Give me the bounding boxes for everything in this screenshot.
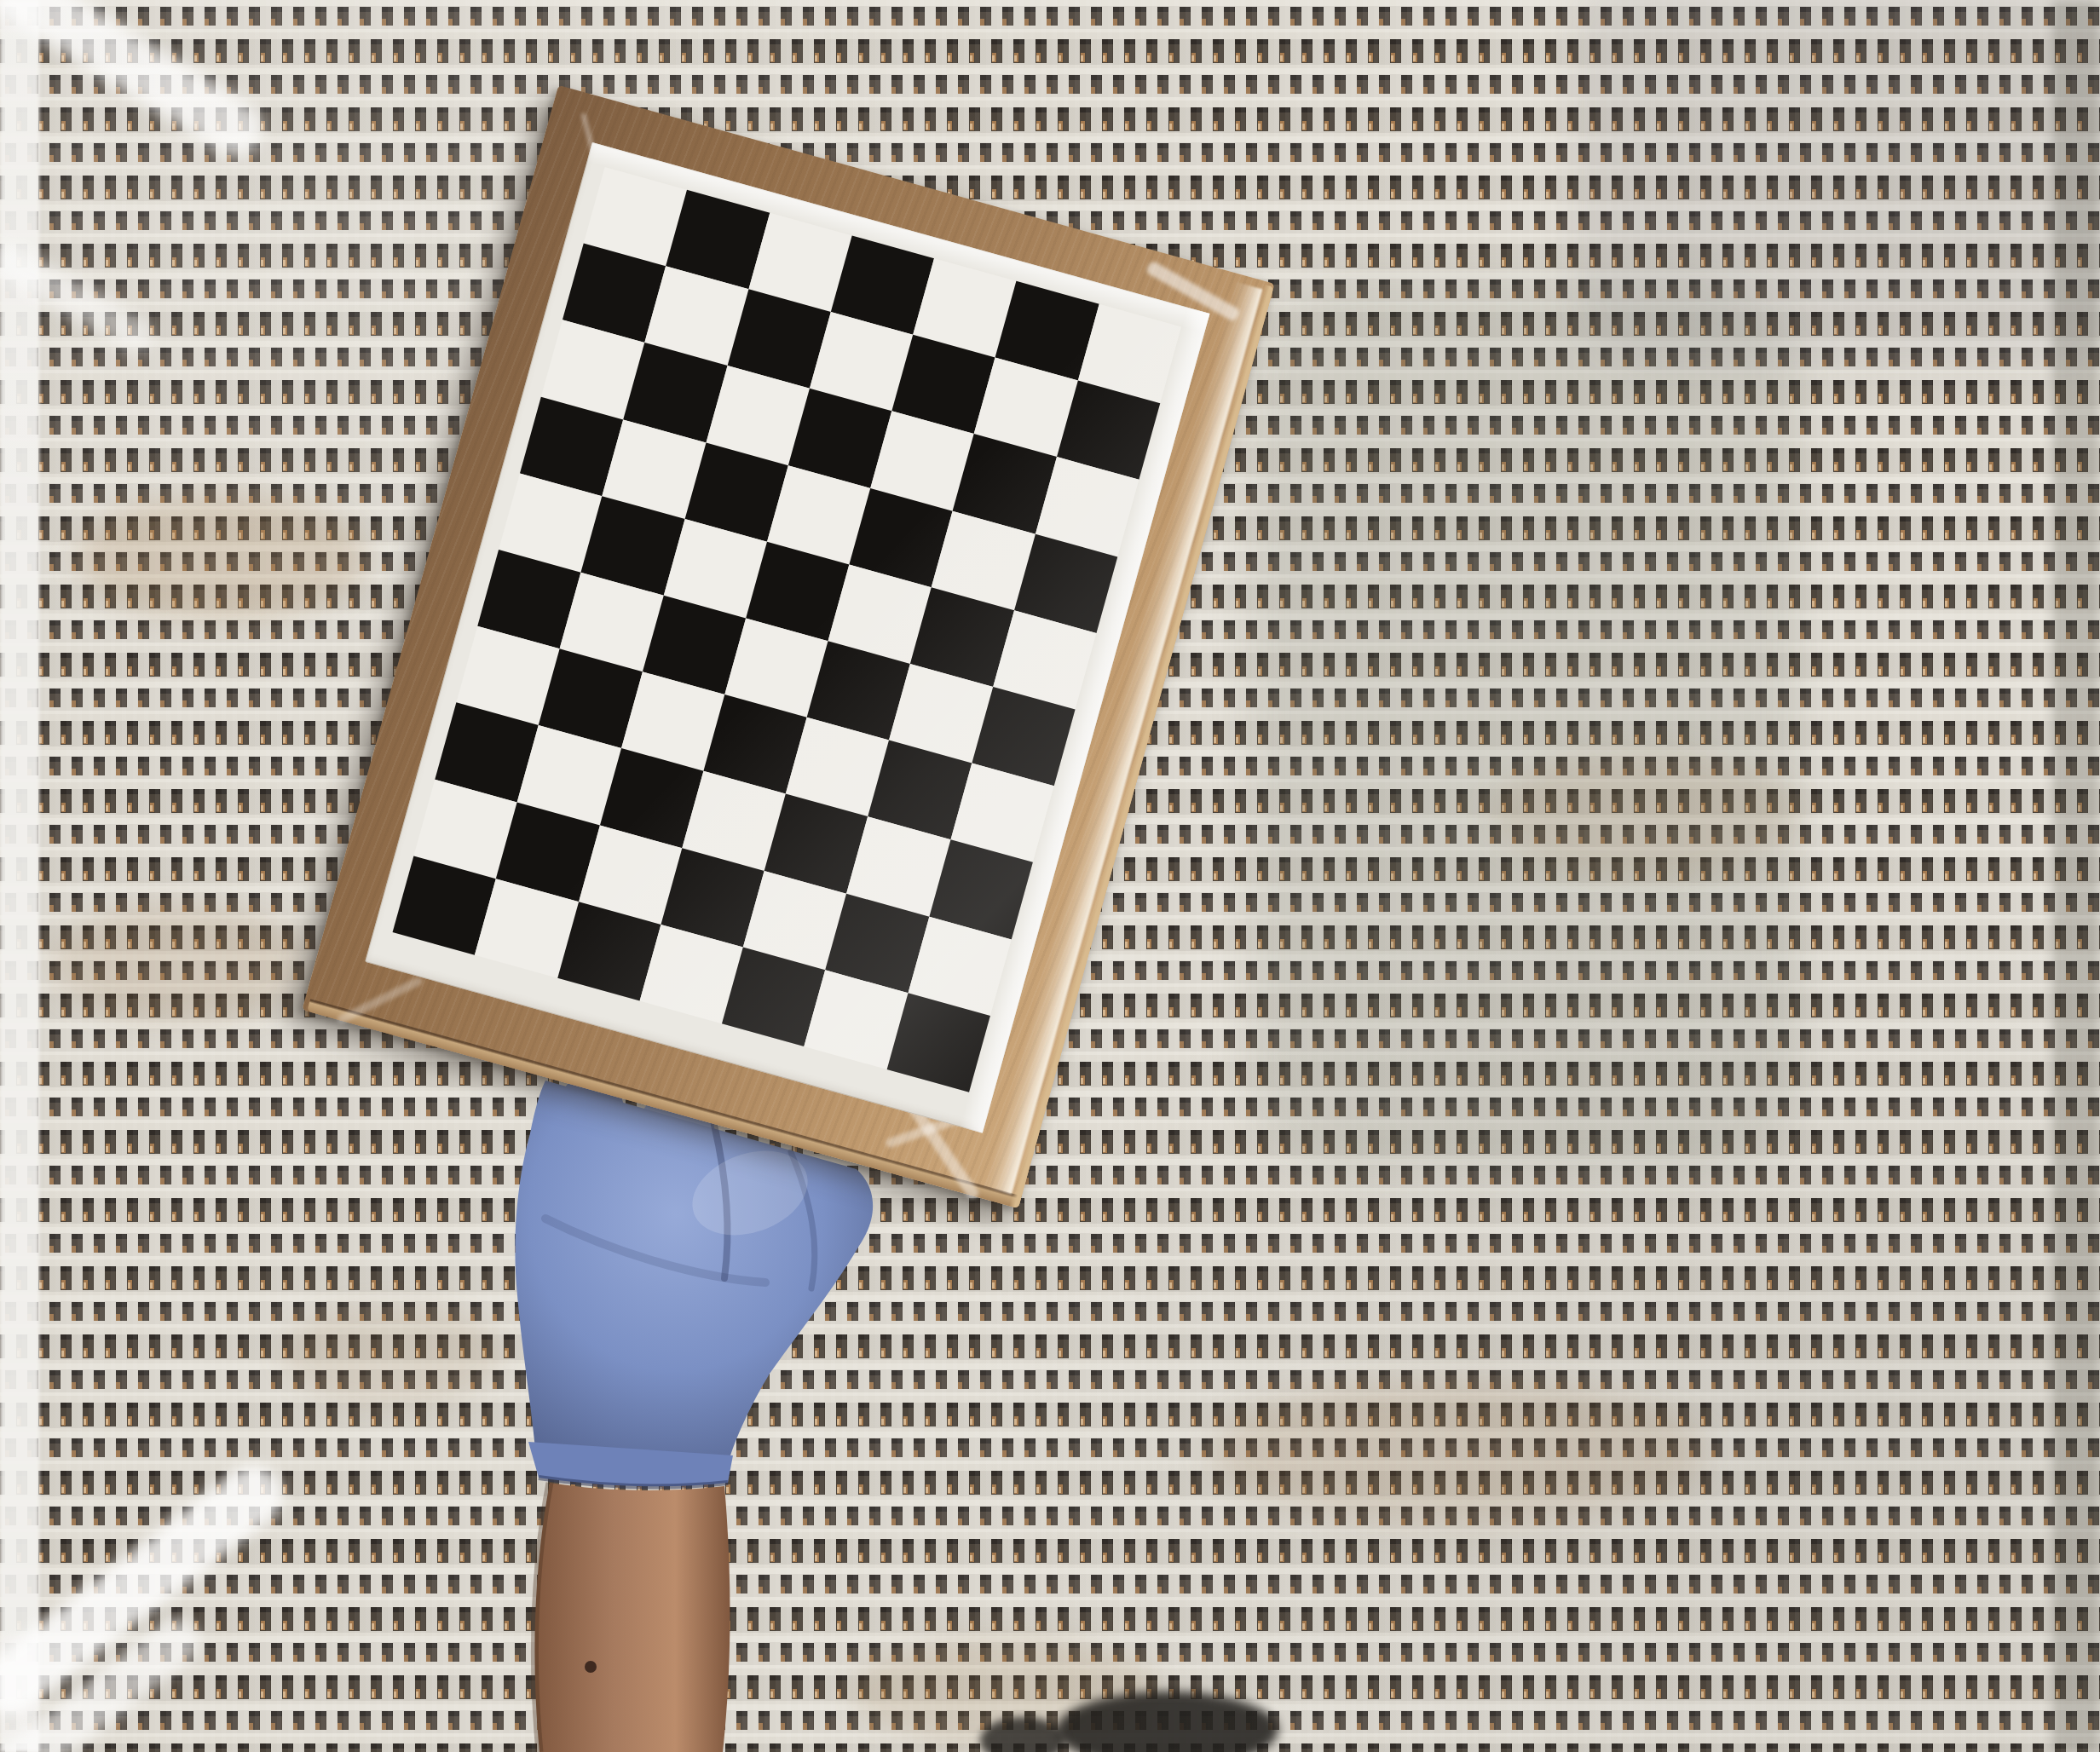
board-square (913, 258, 1017, 358)
board-bottom-edge-face (307, 999, 1022, 1208)
glove-fingertip (627, 1084, 725, 1186)
board-square (831, 235, 935, 335)
mesh-background (0, 0, 2100, 1752)
finger-crease (714, 1125, 728, 1278)
board-square (663, 519, 767, 619)
glove-cuff (528, 1442, 733, 1486)
board-square (624, 343, 728, 442)
dark-spot (1057, 1691, 1278, 1752)
stain-blob (51, 903, 307, 1023)
board-square (746, 542, 850, 642)
right-edge-shading (2052, 0, 2100, 1752)
board-square (826, 893, 930, 993)
calibration-photo-scene (0, 0, 2100, 1752)
board-square (562, 244, 666, 343)
board-square (456, 626, 560, 726)
board-square (891, 335, 995, 435)
calibration-board (302, 85, 1274, 1208)
board-square (724, 618, 828, 718)
board-square (786, 718, 890, 817)
board-square (579, 825, 683, 925)
mesh-banding (0, 0, 2100, 1752)
checkerboard (393, 167, 1182, 1092)
stain-blob (77, 494, 366, 622)
board-square (703, 694, 807, 794)
board-square (1078, 304, 1182, 404)
board-square (642, 596, 746, 695)
white-streak (0, 0, 273, 166)
stain-blob (852, 1636, 1159, 1747)
board-square (764, 794, 868, 894)
board-square (1036, 457, 1139, 556)
tape-streak (885, 1106, 984, 1149)
glove-cuff-edge (539, 1478, 728, 1486)
paper-sheet (365, 142, 1209, 1133)
board-square (1014, 533, 1118, 633)
stain-blob (1210, 1380, 1705, 1525)
board-square (682, 771, 786, 871)
knuckle-highlight (680, 1136, 819, 1250)
board-square (953, 435, 1057, 534)
board-square (393, 856, 497, 955)
board-square (788, 389, 892, 488)
board-square (950, 764, 1054, 863)
board-right-edge-face (1009, 285, 1273, 1208)
board-square (496, 802, 600, 902)
paper-gloss-right (960, 307, 1210, 1132)
board-square (499, 473, 603, 573)
tape-streak (898, 1089, 980, 1202)
finger-crease (791, 1152, 815, 1288)
board-square (993, 610, 1097, 710)
board-square (850, 488, 954, 588)
board-square (929, 839, 1033, 939)
board-square (560, 573, 664, 672)
board-square (644, 267, 748, 366)
board-square (581, 496, 685, 596)
board-square (932, 510, 1036, 610)
white-streak (0, 1453, 295, 1726)
board-square (889, 664, 993, 764)
tape-streak (580, 112, 604, 188)
tape-gloss-right (984, 281, 1262, 1194)
board-square (706, 366, 810, 465)
tape-streak (1145, 260, 1241, 322)
belt-edge-white-band (0, 0, 39, 1752)
board-square (995, 281, 1099, 381)
mesh-overlays (0, 0, 2100, 1752)
mesh-gray-region (1253, 281, 1798, 1176)
lighting-vignette (0, 0, 2100, 1752)
board-square (870, 412, 974, 511)
board-square (722, 947, 826, 1046)
board-square (557, 902, 661, 1001)
dark-spot (980, 1717, 1065, 1752)
stain-blob (281, 1304, 503, 1406)
glove-fingertip (551, 1066, 633, 1159)
tape-streak (336, 976, 424, 1025)
board-square (807, 641, 911, 741)
stain-blob (767, 375, 1244, 469)
board-square (847, 817, 951, 917)
board-square (743, 871, 847, 971)
board-square (661, 848, 764, 948)
board-square (413, 779, 517, 879)
board-square (539, 649, 643, 749)
board-square (828, 564, 932, 664)
board-square (1057, 381, 1161, 481)
board-square (868, 741, 972, 840)
board-square (541, 320, 645, 420)
pattern-gloss (393, 167, 1182, 1092)
board-square (810, 312, 914, 412)
mole (585, 1661, 597, 1673)
board-square (475, 879, 579, 978)
board-square (767, 465, 871, 565)
gloved-hand (0, 0, 2100, 1752)
board-square (727, 289, 831, 389)
stain-blob (1491, 750, 1798, 878)
mesh-cool-corner (1577, 0, 2100, 366)
arm-shadow-edge (534, 1483, 550, 1752)
forearm (534, 1483, 730, 1752)
board-square (910, 587, 1014, 687)
board-square (974, 358, 1078, 458)
glove-hand-mass (515, 1081, 873, 1461)
board-square (621, 671, 725, 771)
board-square (908, 916, 1012, 1016)
board-square (600, 748, 704, 848)
board-square (477, 550, 581, 649)
board-square (748, 213, 852, 313)
board-square (520, 396, 624, 496)
board-square (684, 442, 788, 542)
board-square (639, 925, 743, 1024)
board-square (972, 687, 1076, 787)
mesh-strand-texture (0, 0, 2100, 1752)
paper-gloss-top (586, 142, 1209, 333)
board-square (435, 703, 539, 803)
white-streak (0, 1609, 209, 1752)
wood-grain (302, 85, 1274, 1208)
hand-fold-crease (545, 1219, 765, 1282)
board-square (584, 167, 688, 267)
board-square (517, 725, 621, 825)
board-square (666, 190, 770, 290)
board-square (886, 993, 990, 1092)
white-streak (0, 239, 159, 358)
board-square (603, 419, 707, 519)
board-square (805, 970, 909, 1069)
